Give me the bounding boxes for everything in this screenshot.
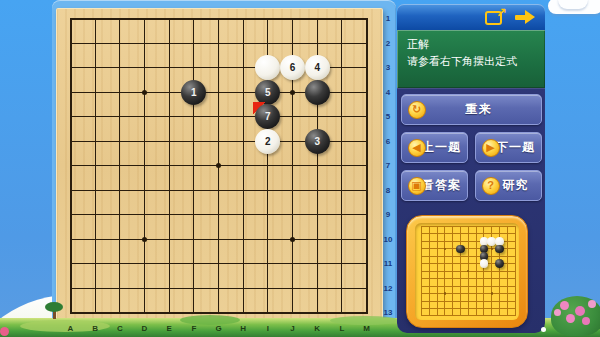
next-icon: ▶ xyxy=(482,139,500,157)
restart-button[interactable]: ↻ 重来 xyxy=(401,94,542,125)
previous-icon: ◀ xyxy=(408,139,426,157)
result-message-panel: 正解 请参看右下角摆出定式 xyxy=(397,30,545,88)
view-answer-button[interactable]: ▣ 看答案 xyxy=(401,170,468,201)
share-button[interactable]: ↗ xyxy=(485,9,507,26)
answer-mini-board xyxy=(415,223,519,320)
sidebar-topbar: ↗ xyxy=(397,4,545,30)
previous-problem-button[interactable]: ◀ 上一题 xyxy=(401,132,468,163)
share-arrow-icon: ↗ xyxy=(496,6,507,19)
answer-icon: ▣ xyxy=(408,177,426,195)
forward-arrow-tip-icon xyxy=(525,10,535,24)
study-button[interactable]: ? 研究 xyxy=(475,170,542,201)
study-icon: ? xyxy=(482,177,500,195)
forward-button[interactable] xyxy=(515,10,537,25)
result-title: 正解 xyxy=(407,36,545,53)
restart-label: 重来 xyxy=(452,101,492,118)
app-window: 641572312345678910111213 ↗ 正解 请参看右下角摆出定式… xyxy=(0,0,600,337)
sidebar: ↗ 正解 请参看右下角摆出定式 ↻ 重来 ◀ 上一题 ▶ 下一题 ▣ 看答案 xyxy=(0,0,600,337)
next-problem-button[interactable]: ▶ 下一题 xyxy=(475,132,542,163)
restart-icon: ↻ xyxy=(408,101,426,119)
result-hint: 请参看右下角摆出定式 xyxy=(407,53,545,70)
